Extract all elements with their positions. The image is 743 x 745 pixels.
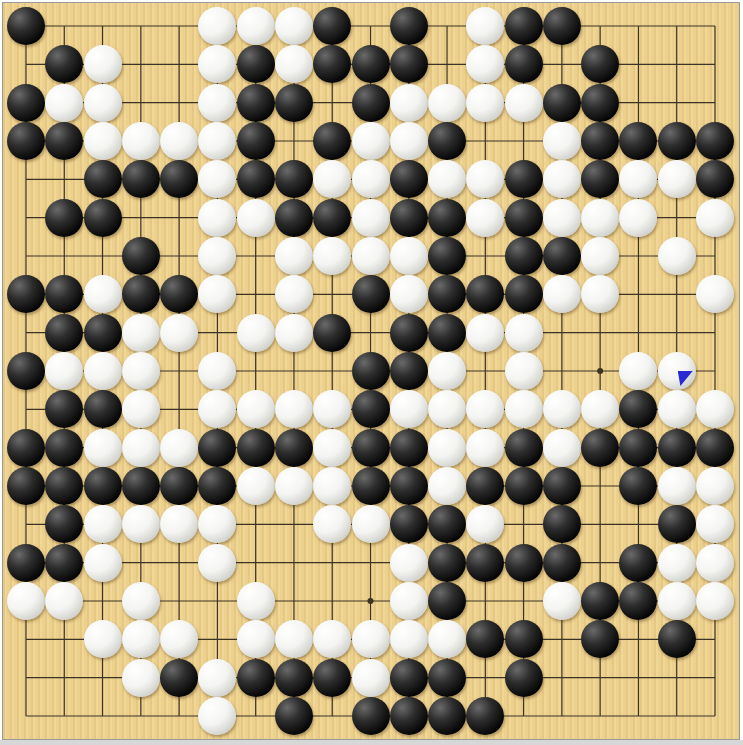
white-stone: ● bbox=[390, 544, 428, 582]
white-stone: ● bbox=[84, 45, 122, 83]
black-stone: ● bbox=[505, 275, 543, 313]
white-stone: ● bbox=[122, 505, 160, 543]
black-stone: ● bbox=[581, 620, 619, 658]
black-stone: ● bbox=[581, 122, 619, 160]
black-stone: ● bbox=[160, 659, 198, 697]
black-stone: ● bbox=[428, 237, 466, 275]
black-stone: ● bbox=[390, 7, 428, 45]
white-stone: ● bbox=[581, 390, 619, 428]
white-stone: ● bbox=[390, 275, 428, 313]
black-stone: ● bbox=[84, 314, 122, 352]
black-stone: ● bbox=[198, 429, 236, 467]
white-stone: ● bbox=[352, 659, 390, 697]
black-stone: ● bbox=[428, 697, 466, 735]
white-stone: ● bbox=[313, 505, 351, 543]
black-stone: ● bbox=[7, 429, 45, 467]
black-stone: ● bbox=[581, 429, 619, 467]
black-stone: ● bbox=[505, 659, 543, 697]
white-stone: ● bbox=[543, 582, 581, 620]
white-stone: ● bbox=[581, 199, 619, 237]
black-stone: ● bbox=[428, 659, 466, 697]
screenshot-root: ●●●●●●●●●●●●●●●●●●●●●●●●●●●●●●●●●●●●●●●●… bbox=[0, 0, 743, 745]
white-stone: ● bbox=[313, 429, 351, 467]
white-stone: ● bbox=[122, 620, 160, 658]
black-stone: ● bbox=[7, 275, 45, 313]
white-stone: ● bbox=[160, 429, 198, 467]
white-stone: ● bbox=[581, 275, 619, 313]
black-stone: ● bbox=[390, 659, 428, 697]
white-stone: ● bbox=[84, 275, 122, 313]
white-stone: ● bbox=[275, 45, 313, 83]
black-stone: ● bbox=[160, 160, 198, 198]
white-stone: ● bbox=[84, 429, 122, 467]
black-stone: ● bbox=[543, 237, 581, 275]
white-stone: ● bbox=[84, 544, 122, 582]
white-stone: ● bbox=[122, 429, 160, 467]
white-stone: ● bbox=[466, 45, 504, 83]
black-stone: ● bbox=[7, 7, 45, 45]
black-stone: ● bbox=[45, 544, 83, 582]
white-stone: ● bbox=[198, 199, 236, 237]
white-stone: ● bbox=[84, 620, 122, 658]
black-stone: ● bbox=[543, 84, 581, 122]
white-stone: ● bbox=[198, 7, 236, 45]
white-stone: ● bbox=[696, 275, 734, 313]
white-stone: ● bbox=[352, 199, 390, 237]
white-stone: ● bbox=[198, 275, 236, 313]
black-stone: ● bbox=[45, 505, 83, 543]
white-stone: ● bbox=[658, 544, 696, 582]
black-stone: ● bbox=[352, 467, 390, 505]
black-stone: ● bbox=[505, 620, 543, 658]
black-stone: ● bbox=[275, 659, 313, 697]
black-stone: ● bbox=[45, 467, 83, 505]
white-stone: ● bbox=[160, 122, 198, 160]
white-stone: ● bbox=[390, 122, 428, 160]
black-stone: ● bbox=[237, 160, 275, 198]
black-stone: ● bbox=[390, 697, 428, 735]
white-stone: ● bbox=[313, 160, 351, 198]
white-stone: ● bbox=[543, 390, 581, 428]
black-stone: ● bbox=[505, 45, 543, 83]
black-stone: ● bbox=[7, 544, 45, 582]
white-stone: ● bbox=[428, 160, 466, 198]
black-stone: ● bbox=[7, 467, 45, 505]
black-stone: ● bbox=[237, 84, 275, 122]
white-stone: ● bbox=[122, 390, 160, 428]
black-stone: ● bbox=[352, 390, 390, 428]
white-stone: ● bbox=[122, 122, 160, 160]
white-stone: ● bbox=[237, 390, 275, 428]
black-stone: ● bbox=[619, 467, 657, 505]
black-stone: ● bbox=[428, 122, 466, 160]
black-stone: ● bbox=[390, 429, 428, 467]
white-stone: ● bbox=[581, 237, 619, 275]
white-stone: ● bbox=[390, 582, 428, 620]
black-stone: ● bbox=[505, 429, 543, 467]
black-stone: ● bbox=[84, 390, 122, 428]
white-stone: ● bbox=[466, 505, 504, 543]
black-stone: ● bbox=[313, 45, 351, 83]
black-stone: ● bbox=[390, 352, 428, 390]
white-stone: ● bbox=[390, 84, 428, 122]
white-stone: ● bbox=[428, 352, 466, 390]
black-stone: ● bbox=[543, 505, 581, 543]
black-stone: ● bbox=[45, 429, 83, 467]
white-stone: ● bbox=[696, 582, 734, 620]
black-stone: ● bbox=[505, 237, 543, 275]
black-stone: ● bbox=[466, 467, 504, 505]
black-stone: ● bbox=[505, 467, 543, 505]
black-stone: ● bbox=[313, 199, 351, 237]
black-stone: ● bbox=[543, 7, 581, 45]
white-stone: ● bbox=[428, 390, 466, 428]
white-stone: ● bbox=[466, 314, 504, 352]
white-stone: ● bbox=[352, 505, 390, 543]
black-stone: ● bbox=[352, 429, 390, 467]
white-stone: ● bbox=[237, 582, 275, 620]
black-stone: ● bbox=[7, 84, 45, 122]
black-stone: ● bbox=[352, 84, 390, 122]
black-stone: ● bbox=[352, 697, 390, 735]
white-stone: ● bbox=[505, 352, 543, 390]
white-stone: ● bbox=[543, 160, 581, 198]
white-stone: ● bbox=[122, 582, 160, 620]
black-stone: ● bbox=[696, 429, 734, 467]
white-stone: ● bbox=[352, 237, 390, 275]
white-stone: ● bbox=[696, 199, 734, 237]
white-stone: ● bbox=[275, 7, 313, 45]
black-stone: ● bbox=[275, 697, 313, 735]
white-stone: ● bbox=[160, 314, 198, 352]
black-stone: ● bbox=[237, 659, 275, 697]
black-stone: ● bbox=[237, 122, 275, 160]
black-stone: ● bbox=[390, 505, 428, 543]
white-stone: ● bbox=[543, 199, 581, 237]
white-stone: ● bbox=[658, 390, 696, 428]
black-stone: ● bbox=[275, 429, 313, 467]
black-stone: ● bbox=[45, 314, 83, 352]
white-stone: ● bbox=[275, 275, 313, 313]
black-stone: ● bbox=[619, 122, 657, 160]
white-stone: ● bbox=[198, 237, 236, 275]
white-stone: ● bbox=[275, 620, 313, 658]
white-stone: ● bbox=[275, 237, 313, 275]
white-stone: ● bbox=[237, 467, 275, 505]
star-point bbox=[597, 368, 603, 374]
white-stone: ● bbox=[198, 659, 236, 697]
white-stone: ● bbox=[619, 160, 657, 198]
black-stone: ● bbox=[696, 122, 734, 160]
black-stone: ● bbox=[275, 160, 313, 198]
black-stone: ● bbox=[505, 160, 543, 198]
white-stone: ● bbox=[619, 352, 657, 390]
white-stone: ● bbox=[658, 582, 696, 620]
white-stone: ● bbox=[237, 314, 275, 352]
black-stone: ● bbox=[696, 160, 734, 198]
black-stone: ● bbox=[237, 429, 275, 467]
white-stone: ● bbox=[122, 314, 160, 352]
black-stone: ● bbox=[313, 7, 351, 45]
go-board[interactable]: ●●●●●●●●●●●●●●●●●●●●●●●●●●●●●●●●●●●●●●●●… bbox=[2, 2, 740, 740]
black-stone: ● bbox=[466, 275, 504, 313]
black-stone: ● bbox=[505, 199, 543, 237]
black-stone: ● bbox=[466, 620, 504, 658]
black-stone: ● bbox=[619, 582, 657, 620]
black-stone: ● bbox=[352, 275, 390, 313]
white-stone: ● bbox=[658, 160, 696, 198]
white-stone: ● bbox=[275, 314, 313, 352]
black-stone: ● bbox=[428, 314, 466, 352]
black-stone: ● bbox=[7, 122, 45, 160]
black-stone: ● bbox=[658, 122, 696, 160]
black-stone: ● bbox=[428, 275, 466, 313]
black-stone: ● bbox=[658, 620, 696, 658]
black-stone: ● bbox=[122, 467, 160, 505]
black-stone: ● bbox=[428, 582, 466, 620]
white-stone: ● bbox=[466, 390, 504, 428]
black-stone: ● bbox=[390, 314, 428, 352]
white-stone: ● bbox=[543, 275, 581, 313]
white-stone: ● bbox=[84, 84, 122, 122]
black-stone: ● bbox=[505, 544, 543, 582]
black-stone: ● bbox=[275, 84, 313, 122]
white-stone: ● bbox=[313, 620, 351, 658]
black-stone: ● bbox=[466, 544, 504, 582]
black-stone: ● bbox=[122, 275, 160, 313]
white-stone: ● bbox=[505, 390, 543, 428]
black-stone: ● bbox=[45, 390, 83, 428]
white-stone: ● bbox=[313, 237, 351, 275]
black-stone: ● bbox=[84, 199, 122, 237]
white-stone: ● bbox=[619, 199, 657, 237]
white-stone: ● bbox=[275, 390, 313, 428]
white-stone: ● bbox=[696, 505, 734, 543]
black-stone: ● bbox=[313, 122, 351, 160]
white-stone: ● bbox=[390, 237, 428, 275]
white-stone: ● bbox=[313, 467, 351, 505]
white-stone: ● bbox=[84, 505, 122, 543]
black-stone: ● bbox=[428, 544, 466, 582]
white-stone: ● bbox=[45, 582, 83, 620]
white-stone: ● bbox=[352, 160, 390, 198]
window-edge bbox=[0, 740, 743, 745]
black-stone: ● bbox=[581, 84, 619, 122]
white-stone: ● bbox=[428, 84, 466, 122]
white-stone: ● bbox=[198, 45, 236, 83]
black-stone: ● bbox=[160, 275, 198, 313]
white-stone: ● bbox=[543, 429, 581, 467]
black-stone: ● bbox=[658, 429, 696, 467]
black-stone: ● bbox=[619, 544, 657, 582]
white-stone: ● bbox=[696, 544, 734, 582]
black-stone: ● bbox=[390, 160, 428, 198]
white-stone: ● bbox=[122, 352, 160, 390]
black-stone: ● bbox=[619, 390, 657, 428]
white-stone: ● bbox=[505, 314, 543, 352]
white-stone: ● bbox=[237, 7, 275, 45]
black-stone: ● bbox=[505, 7, 543, 45]
black-stone: ● bbox=[313, 314, 351, 352]
black-stone: ● bbox=[84, 467, 122, 505]
white-stone: ● bbox=[696, 467, 734, 505]
white-stone: ● bbox=[390, 390, 428, 428]
white-stone: ● bbox=[505, 84, 543, 122]
white-stone: ● bbox=[198, 160, 236, 198]
white-stone: ● bbox=[543, 122, 581, 160]
white-stone: ● bbox=[237, 199, 275, 237]
black-stone: ● bbox=[543, 544, 581, 582]
white-stone: ● bbox=[198, 352, 236, 390]
black-stone: ● bbox=[160, 467, 198, 505]
black-stone: ● bbox=[45, 199, 83, 237]
white-stone: ● bbox=[45, 84, 83, 122]
white-stone: ● bbox=[84, 122, 122, 160]
white-stone: ● bbox=[658, 467, 696, 505]
white-stone: ● bbox=[696, 390, 734, 428]
black-stone: ● bbox=[313, 659, 351, 697]
white-stone: ● bbox=[160, 505, 198, 543]
white-stone: ● bbox=[198, 122, 236, 160]
black-stone: ● bbox=[466, 697, 504, 735]
black-stone: ● bbox=[352, 352, 390, 390]
black-stone: ● bbox=[237, 45, 275, 83]
black-stone: ● bbox=[619, 429, 657, 467]
white-stone: ● bbox=[658, 237, 696, 275]
black-stone: ● bbox=[428, 199, 466, 237]
black-stone: ● bbox=[275, 199, 313, 237]
white-stone: ● bbox=[237, 620, 275, 658]
white-stone: ● bbox=[352, 122, 390, 160]
white-stone: ● bbox=[160, 620, 198, 658]
white-stone: ● bbox=[466, 84, 504, 122]
white-stone: ● bbox=[466, 7, 504, 45]
black-stone: ● bbox=[390, 467, 428, 505]
white-stone: ● bbox=[466, 429, 504, 467]
black-stone: ● bbox=[581, 45, 619, 83]
white-stone: ● bbox=[390, 620, 428, 658]
black-stone: ● bbox=[658, 505, 696, 543]
black-stone: ● bbox=[581, 160, 619, 198]
white-stone: ● bbox=[313, 390, 351, 428]
white-stone: ● bbox=[122, 659, 160, 697]
black-stone: ● bbox=[390, 45, 428, 83]
star-point bbox=[368, 598, 374, 604]
white-stone: ● bbox=[45, 352, 83, 390]
black-stone: ● bbox=[122, 160, 160, 198]
black-stone: ● bbox=[45, 275, 83, 313]
white-stone: ● bbox=[275, 467, 313, 505]
black-stone: ● bbox=[45, 122, 83, 160]
white-stone: ● bbox=[352, 620, 390, 658]
black-stone: ● bbox=[543, 467, 581, 505]
white-stone: ● bbox=[658, 352, 696, 390]
white-stone: ● bbox=[198, 505, 236, 543]
white-stone: ● bbox=[466, 160, 504, 198]
black-stone: ● bbox=[45, 45, 83, 83]
black-stone: ● bbox=[581, 582, 619, 620]
white-stone: ● bbox=[84, 352, 122, 390]
black-stone: ● bbox=[198, 467, 236, 505]
black-stone: ● bbox=[428, 505, 466, 543]
black-stone: ● bbox=[84, 160, 122, 198]
black-stone: ● bbox=[390, 199, 428, 237]
white-stone: ● bbox=[428, 467, 466, 505]
white-stone: ● bbox=[198, 544, 236, 582]
black-stone: ● bbox=[7, 352, 45, 390]
white-stone: ● bbox=[7, 582, 45, 620]
white-stone: ● bbox=[198, 697, 236, 735]
white-stone: ● bbox=[198, 390, 236, 428]
white-stone: ● bbox=[428, 429, 466, 467]
white-stone: ● bbox=[198, 84, 236, 122]
white-stone: ● bbox=[466, 199, 504, 237]
white-stone: ● bbox=[428, 620, 466, 658]
black-stone: ● bbox=[122, 237, 160, 275]
black-stone: ● bbox=[352, 45, 390, 83]
